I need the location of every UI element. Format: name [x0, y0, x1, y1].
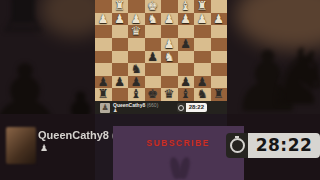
square-d5[interactable]: ♞	[161, 51, 178, 64]
square-d1[interactable]	[161, 0, 178, 13]
square-c1[interactable]: ♝	[178, 0, 195, 13]
square-d6[interactable]	[161, 63, 178, 76]
square-h3[interactable]	[95, 25, 112, 38]
square-a8[interactable]: ♜	[211, 88, 228, 101]
square-c6[interactable]	[178, 63, 195, 76]
white-king: ♚	[145, 0, 162, 13]
streamer-avatar	[6, 127, 36, 164]
white-pawn: ♟	[178, 13, 195, 26]
player-clock-time: 28:22	[186, 103, 207, 112]
player-rating: (660)	[147, 102, 159, 108]
square-g1[interactable]: ♜	[112, 0, 129, 13]
square-f4[interactable]	[128, 38, 145, 51]
video-frame: ♜ ♟ ♟ ♟ ♞ QueenCathy8 (660) ♟ ♜♚♝♜♟♟♟♞♟♟…	[0, 0, 320, 180]
captured-pawn-icon: ♟	[40, 143, 48, 153]
white-pawn: ♟	[95, 13, 112, 26]
stream-clock-time: 28:22	[248, 133, 320, 158]
square-f6[interactable]: ♞	[128, 63, 145, 76]
square-b1[interactable]: ♜	[194, 0, 211, 13]
white-pawn: ♟	[211, 13, 228, 26]
player-avatar-pawn-icon: ♟	[100, 103, 110, 113]
square-d3[interactable]	[161, 25, 178, 38]
square-a1[interactable]	[211, 0, 228, 13]
square-h4[interactable]	[95, 38, 112, 51]
white-rook: ♜	[112, 0, 129, 13]
square-c2[interactable]: ♟	[178, 13, 195, 26]
square-e1[interactable]: ♚	[145, 0, 162, 13]
square-c8[interactable]: ♝	[178, 88, 195, 101]
black-knight: ♞	[128, 63, 145, 76]
square-g2[interactable]: ♟	[112, 13, 129, 26]
square-e4[interactable]	[145, 38, 162, 51]
black-bishop: ♝	[178, 88, 195, 101]
square-h8[interactable]: ♜	[95, 88, 112, 101]
square-e6[interactable]	[145, 63, 162, 76]
captured-pawn-icon: ♟	[113, 108, 117, 113]
white-rook: ♜	[194, 0, 211, 13]
square-g3[interactable]	[112, 25, 129, 38]
stream-clock: 28:22	[226, 133, 320, 158]
square-d4[interactable]: ♟	[161, 38, 178, 51]
square-e8[interactable]: ♚	[145, 88, 162, 101]
square-g7[interactable]: ♟	[112, 76, 129, 89]
black-pawn: ♟	[178, 38, 195, 51]
square-b6[interactable]	[194, 63, 211, 76]
square-g5[interactable]	[112, 51, 129, 64]
white-pawn: ♟	[194, 13, 211, 26]
black-rook: ♜	[95, 88, 112, 101]
subscribe-label[interactable]: SUBSCRIBE	[113, 138, 244, 148]
square-h1[interactable]	[95, 0, 112, 13]
square-e3[interactable]	[145, 25, 162, 38]
square-e2[interactable]: ♞	[145, 13, 162, 26]
square-b3[interactable]	[194, 25, 211, 38]
square-b8[interactable]: ♞	[194, 88, 211, 101]
square-f8[interactable]: ♝	[128, 88, 145, 101]
square-h6[interactable]	[95, 63, 112, 76]
square-g4[interactable]	[112, 38, 129, 51]
black-knight: ♞	[194, 88, 211, 101]
square-b4[interactable]	[194, 38, 211, 51]
subscribe-banner[interactable]: SUBSCRIBE	[113, 126, 244, 180]
square-b5[interactable]	[194, 51, 211, 64]
white-pawn: ♟	[161, 13, 178, 26]
clock-icon	[177, 103, 186, 112]
white-pawn: ♟	[161, 38, 178, 51]
white-queen: ♛	[128, 25, 145, 38]
square-c3[interactable]	[178, 25, 195, 38]
square-c4[interactable]: ♟	[178, 38, 195, 51]
square-a4[interactable]	[211, 38, 228, 51]
black-pawn: ♟	[112, 76, 129, 89]
black-king: ♚	[145, 88, 162, 101]
square-d8[interactable]: ♛	[161, 88, 178, 101]
square-b2[interactable]: ♟	[194, 13, 211, 26]
chess-board: ♜♚♝♜♟♟♟♞♟♟♟♟♛♟♟♟♞♞♟♟♟♟♟♜♝♚♛♝♞♜	[95, 0, 227, 101]
player-clock: 28:22	[177, 103, 207, 112]
square-a5[interactable]	[211, 51, 228, 64]
square-g8[interactable]	[112, 88, 129, 101]
background-knight-icon: ♞	[264, 38, 320, 116]
square-f3[interactable]: ♛	[128, 25, 145, 38]
square-a6[interactable]	[211, 63, 228, 76]
white-knight: ♞	[161, 51, 178, 64]
white-bishop: ♝	[178, 0, 195, 13]
black-pawn: ♟	[145, 51, 162, 64]
background-rook-icon: ♜	[0, 0, 51, 42]
white-knight: ♞	[145, 13, 162, 26]
square-h5[interactable]	[95, 51, 112, 64]
white-pawn: ♟	[112, 13, 129, 26]
square-a2[interactable]: ♟	[211, 13, 228, 26]
black-rook: ♜	[211, 88, 228, 101]
praying-hands-image	[149, 157, 209, 180]
square-g6[interactable]	[112, 63, 129, 76]
player-name[interactable]: QueenCathy8 (660)	[113, 102, 158, 108]
black-bishop: ♝	[128, 88, 145, 101]
alarm-clock-icon	[226, 133, 248, 158]
player-name-text: QueenCathy8	[113, 102, 145, 108]
black-queen: ♛	[161, 88, 178, 101]
square-d2[interactable]: ♟	[161, 13, 178, 26]
square-f1[interactable]	[128, 0, 145, 13]
square-h2[interactable]: ♟	[95, 13, 112, 26]
square-c5[interactable]	[178, 51, 195, 64]
square-a3[interactable]	[211, 25, 228, 38]
square-e5[interactable]: ♟	[145, 51, 162, 64]
